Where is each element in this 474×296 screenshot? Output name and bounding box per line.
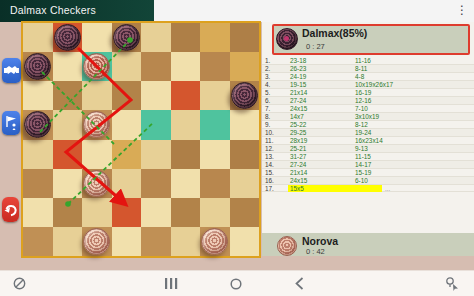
- move-row[interactable]: 2.26-238-11: [262, 65, 474, 73]
- square-r4c6[interactable]: [171, 110, 201, 139]
- move-b: 16-19: [355, 89, 371, 97]
- square-r8c3[interactable]: [82, 227, 112, 256]
- player-top-name: Dalmax(85%): [302, 27, 367, 39]
- square-r5c7[interactable]: [200, 140, 230, 169]
- flag-icon: [4, 115, 18, 131]
- dark-piece[interactable]: [113, 24, 140, 51]
- square-r4c1[interactable]: [23, 110, 53, 139]
- move-a: 21x14: [290, 169, 307, 177]
- move-b: 9-13: [355, 145, 368, 153]
- square-r3c4[interactable]: [112, 81, 142, 110]
- home-circle-icon[interactable]: [230, 278, 242, 290]
- square-r5c3[interactable]: [82, 140, 112, 169]
- square-r1c2[interactable]: [53, 23, 83, 52]
- square-r2c4[interactable]: [112, 52, 142, 81]
- square-r1c1[interactable]: [23, 23, 53, 52]
- light-piece[interactable]: [83, 228, 110, 255]
- move-b: 8-12: [355, 121, 368, 129]
- dark-piece[interactable]: [231, 82, 258, 109]
- move-a: 14x7: [290, 113, 304, 121]
- move-b: 7-10: [355, 105, 368, 113]
- square-r5c8[interactable]: [230, 140, 260, 169]
- move-a: 15x5: [288, 185, 382, 193]
- move-num: 9.: [265, 121, 270, 129]
- move-b: 4-8: [355, 73, 364, 81]
- square-r7c6[interactable]: [171, 198, 201, 227]
- move-num: 5.: [265, 89, 270, 97]
- move-b: 8-11: [355, 65, 367, 73]
- square-r3c6[interactable]: [171, 81, 201, 110]
- dark-piece[interactable]: [24, 53, 51, 80]
- square-r7c3[interactable]: [82, 198, 112, 227]
- square-r3c1[interactable]: [23, 81, 53, 110]
- move-a: 23-18: [290, 57, 306, 65]
- square-r4c8[interactable]: [230, 110, 260, 139]
- square-r6c6[interactable]: [171, 169, 201, 198]
- move-list[interactable]: 1.23-1811-162.26-238-113.24-194-84.19-15…: [262, 57, 474, 192]
- square-r8c1[interactable]: [23, 227, 53, 256]
- move-a: 21x14: [290, 89, 307, 97]
- move-a: 27-24: [290, 97, 306, 105]
- dark-piece[interactable]: [24, 111, 51, 138]
- title-bar-right: [154, 0, 474, 22]
- square-r5c2[interactable]: [53, 140, 83, 169]
- move-b: ...: [385, 185, 390, 193]
- navigation-bar: [0, 270, 474, 296]
- square-r2c1[interactable]: [23, 52, 53, 81]
- square-r2c6[interactable]: [171, 52, 201, 81]
- move-a: 29-25: [290, 129, 306, 137]
- move-row[interactable]: 4.19-1510x19x26x17: [262, 81, 474, 89]
- square-r5c4[interactable]: [112, 140, 142, 169]
- move-num: 4.: [265, 81, 270, 89]
- square-r6c5[interactable]: [141, 169, 171, 198]
- square-r8c4[interactable]: [112, 227, 142, 256]
- square-r1c3[interactable]: [82, 23, 112, 52]
- undo-button[interactable]: [2, 197, 19, 222]
- move-num: 11.: [265, 137, 273, 145]
- square-r4c4[interactable]: [112, 110, 142, 139]
- move-b: 11-15: [355, 153, 371, 161]
- move-b: 3x10x19: [355, 113, 379, 121]
- move-b: 16x23x14: [355, 137, 383, 145]
- square-r3c8[interactable]: [230, 81, 260, 110]
- checkers-board: [23, 23, 259, 256]
- square-r2c3[interactable]: [82, 52, 112, 81]
- move-num: 8.: [265, 113, 270, 121]
- move-b: 14-17: [355, 161, 371, 169]
- undo-arrow-icon: [4, 203, 18, 217]
- move-row[interactable]: 3.24-194-8: [262, 73, 474, 81]
- square-r3c7[interactable]: [200, 81, 230, 110]
- move-a: 24x15: [290, 177, 307, 185]
- square-r7c8[interactable]: [230, 198, 260, 227]
- square-r8c6[interactable]: [171, 227, 201, 256]
- player-bottom-time: 0 : 42: [306, 247, 325, 256]
- title-bar: Dalmax Checkers: [0, 0, 154, 22]
- screen: Dalmax Checkers ⋮: [0, 0, 474, 296]
- square-r8c8[interactable]: [230, 227, 260, 256]
- move-num: 16.: [265, 177, 274, 185]
- move-num: 1.: [265, 57, 270, 65]
- square-r6c2[interactable]: [53, 169, 83, 198]
- square-r1c6[interactable]: [171, 23, 201, 52]
- move-row[interactable]: 8.14x73x10x19: [262, 113, 474, 121]
- move-num: 6.: [265, 97, 270, 105]
- square-r4c5[interactable]: [141, 110, 171, 139]
- dark-piece[interactable]: [54, 24, 81, 51]
- move-num: 7.: [265, 105, 270, 113]
- square-r2c5[interactable]: [141, 52, 171, 81]
- square-r1c8[interactable]: [230, 23, 260, 52]
- square-r4c7[interactable]: [200, 110, 230, 139]
- square-r1c5[interactable]: [141, 23, 171, 52]
- square-r7c5[interactable]: [141, 198, 171, 227]
- move-b: 15-19: [355, 169, 371, 177]
- square-r7c7[interactable]: [200, 198, 230, 227]
- light-piece[interactable]: [83, 53, 110, 80]
- move-row[interactable]: 16.24x156-10: [262, 177, 474, 185]
- square-r5c6[interactable]: [171, 140, 201, 169]
- move-row[interactable]: 1.23-1811-16: [262, 57, 474, 65]
- square-r6c4[interactable]: [112, 169, 142, 198]
- move-row[interactable]: 11.28x1916x23x14: [262, 137, 474, 145]
- square-r6c1[interactable]: [23, 169, 53, 198]
- move-row[interactable]: 12.25-219-13: [262, 145, 474, 153]
- player-bottom-name: Norova: [302, 235, 338, 247]
- move-b: 19-24: [355, 129, 371, 137]
- move-b: 10x19x26x17: [355, 81, 393, 89]
- square-r7c2[interactable]: [53, 198, 83, 227]
- square-r3c3[interactable]: [82, 81, 112, 110]
- light-piece[interactable]: [201, 228, 228, 255]
- square-r6c3[interactable]: [82, 169, 112, 198]
- square-r1c7[interactable]: [200, 23, 230, 52]
- move-b: 12-16: [355, 97, 371, 105]
- app-title: Dalmax Checkers: [10, 4, 96, 16]
- square-r4c3[interactable]: [82, 110, 112, 139]
- move-num: 10.: [265, 129, 274, 137]
- move-row[interactable]: 6.27-2412-16: [262, 97, 474, 105]
- light-piece[interactable]: [83, 170, 110, 197]
- screen-pin-icon[interactable]: [444, 276, 459, 291]
- move-a: 19-15: [290, 81, 306, 89]
- square-r2c7[interactable]: [200, 52, 230, 81]
- move-a: 25-22: [290, 121, 306, 129]
- move-a: 28x19: [290, 137, 307, 145]
- light-piece-icon: [277, 236, 297, 256]
- recents-bars-icon[interactable]: [165, 278, 179, 289]
- move-a: 26-23: [290, 65, 306, 73]
- player-top-time: 0 : 27: [306, 42, 325, 51]
- move-num: 12.: [265, 145, 274, 153]
- square-r2c2[interactable]: [53, 52, 83, 81]
- square-r5c1[interactable]: [23, 140, 53, 169]
- square-r6c7[interactable]: [200, 169, 230, 198]
- move-row[interactable]: 14.27-2414-17: [262, 161, 474, 169]
- square-r6c8[interactable]: [230, 169, 260, 198]
- light-piece[interactable]: [83, 111, 110, 138]
- square-r8c2[interactable]: [53, 227, 83, 256]
- move-a: 24-19: [290, 73, 306, 81]
- move-row[interactable]: 10.29-2519-24: [262, 129, 474, 137]
- square-r7c1[interactable]: [23, 198, 53, 227]
- move-row[interactable]: 13.31-2711-15: [262, 153, 474, 161]
- square-r1c4[interactable]: [112, 23, 142, 52]
- move-num: 14.: [265, 161, 274, 169]
- move-num: 3.: [265, 73, 270, 81]
- move-a: 27-24: [290, 161, 306, 169]
- move-num: 15.: [265, 169, 274, 177]
- move-num: 17.: [265, 185, 274, 193]
- square-r2c8[interactable]: [230, 52, 260, 81]
- square-r8c5[interactable]: [141, 227, 171, 256]
- move-num: 13.: [265, 153, 274, 161]
- resign-button[interactable]: [2, 111, 20, 135]
- move-b: 6-10: [355, 177, 368, 185]
- handshake-icon: [4, 65, 19, 77]
- square-r7c4[interactable]: [112, 198, 142, 227]
- draw-offer-button[interactable]: [2, 58, 21, 83]
- move-row[interactable]: 9.25-228-12: [262, 121, 474, 129]
- move-row[interactable]: 17.15x5...: [262, 185, 474, 193]
- move-a: 25-21: [290, 145, 306, 153]
- square-r3c5[interactable]: [141, 81, 171, 110]
- square-r8c7[interactable]: [200, 227, 230, 256]
- square-r5c5[interactable]: [141, 140, 171, 169]
- move-row[interactable]: 7.24x157-10: [262, 105, 474, 113]
- kebab-menu-icon[interactable]: ⋮: [456, 2, 468, 20]
- back-chevron-icon[interactable]: [295, 277, 304, 290]
- move-row[interactable]: 5.21x1416-19: [262, 89, 474, 97]
- move-num: 2.: [265, 65, 270, 73]
- move-a: 31-27: [290, 153, 306, 161]
- move-a: 24x15: [290, 105, 307, 113]
- square-r4c2[interactable]: [53, 110, 83, 139]
- blocked-circle-icon[interactable]: [13, 277, 26, 290]
- square-r3c2[interactable]: [53, 81, 83, 110]
- move-row[interactable]: 15.21x1415-19: [262, 169, 474, 177]
- dark-piece-icon: [276, 28, 298, 50]
- move-b: 11-16: [355, 57, 371, 65]
